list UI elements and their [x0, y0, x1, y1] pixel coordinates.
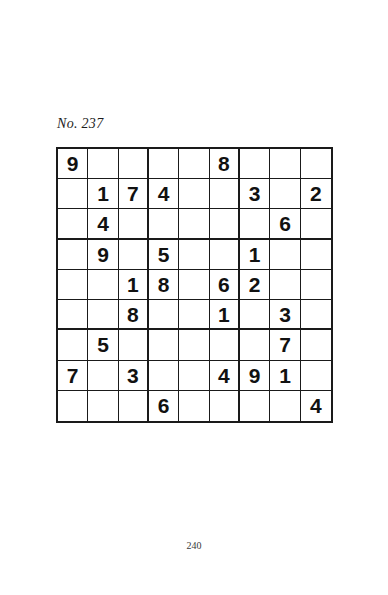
cell-r1c5 — [179, 149, 209, 179]
cell-r4c2: 9 — [88, 240, 118, 270]
cell-r5c9 — [301, 270, 331, 300]
cell-r8c2 — [88, 361, 118, 391]
cell-r9c8 — [270, 391, 300, 421]
cell-r6c3: 8 — [119, 300, 149, 330]
cell-r7c3 — [119, 330, 149, 360]
cell-r7c8: 7 — [270, 330, 300, 360]
cell-r5c6: 6 — [210, 270, 240, 300]
cell-r5c8 — [270, 270, 300, 300]
cell-r3c9 — [301, 209, 331, 239]
cell-r1c6: 8 — [210, 149, 240, 179]
cell-r7c4 — [149, 330, 179, 360]
cell-r3c1 — [58, 209, 88, 239]
cell-r1c8 — [270, 149, 300, 179]
cell-r6c6: 1 — [210, 300, 240, 330]
cell-r9c9: 4 — [301, 391, 331, 421]
cell-r3c7 — [240, 209, 270, 239]
cell-r5c5 — [179, 270, 209, 300]
cell-r7c1 — [58, 330, 88, 360]
cell-r5c2 — [88, 270, 118, 300]
cell-r2c9: 2 — [301, 179, 331, 209]
puzzle-number-caption: No. 237 — [57, 116, 103, 132]
cell-r2c7: 3 — [240, 179, 270, 209]
cell-r6c5 — [179, 300, 209, 330]
cell-r6c4 — [149, 300, 179, 330]
sudoku-grid: 9817432469511862813577349164 — [56, 147, 333, 423]
cell-r1c4 — [149, 149, 179, 179]
cell-r4c1 — [58, 240, 88, 270]
cell-r2c4: 4 — [149, 179, 179, 209]
cell-r1c2 — [88, 149, 118, 179]
cell-r3c6 — [210, 209, 240, 239]
cell-r6c7 — [240, 300, 270, 330]
cell-r7c7 — [240, 330, 270, 360]
cell-r8c1: 7 — [58, 361, 88, 391]
cell-r1c3 — [119, 149, 149, 179]
cell-r3c2: 4 — [88, 209, 118, 239]
cell-r1c1: 9 — [58, 149, 88, 179]
cell-r3c3 — [119, 209, 149, 239]
cell-r4c7: 1 — [240, 240, 270, 270]
cell-r8c8: 1 — [270, 361, 300, 391]
cell-r4c9 — [301, 240, 331, 270]
cell-r3c5 — [179, 209, 209, 239]
cell-r9c6 — [210, 391, 240, 421]
cell-r1c9 — [301, 149, 331, 179]
cell-r4c8 — [270, 240, 300, 270]
cell-r4c4: 5 — [149, 240, 179, 270]
cell-r4c5 — [179, 240, 209, 270]
page-number: 240 — [0, 540, 388, 551]
cell-r9c1 — [58, 391, 88, 421]
cell-r4c6 — [210, 240, 240, 270]
book-page: { "game": "sudoku", "title": "No. 237", … — [0, 0, 388, 595]
cell-r2c1 — [58, 179, 88, 209]
cell-r5c3: 1 — [119, 270, 149, 300]
cell-r7c6 — [210, 330, 240, 360]
cell-r6c8: 3 — [270, 300, 300, 330]
cell-r2c6 — [210, 179, 240, 209]
cell-r6c9 — [301, 300, 331, 330]
cell-r6c1 — [58, 300, 88, 330]
cell-r2c3: 7 — [119, 179, 149, 209]
cell-r5c1 — [58, 270, 88, 300]
cell-r9c7 — [240, 391, 270, 421]
cell-r9c2 — [88, 391, 118, 421]
cell-r8c6: 4 — [210, 361, 240, 391]
cell-r6c2 — [88, 300, 118, 330]
cell-r7c2: 5 — [88, 330, 118, 360]
cell-r8c9 — [301, 361, 331, 391]
cell-r2c5 — [179, 179, 209, 209]
cell-r9c5 — [179, 391, 209, 421]
cell-r8c5 — [179, 361, 209, 391]
cell-r4c3 — [119, 240, 149, 270]
cell-r8c7: 9 — [240, 361, 270, 391]
cell-r5c7: 2 — [240, 270, 270, 300]
cell-r7c9 — [301, 330, 331, 360]
cell-r3c4 — [149, 209, 179, 239]
cell-r1c7 — [240, 149, 270, 179]
cell-r9c4: 6 — [149, 391, 179, 421]
cell-r3c8: 6 — [270, 209, 300, 239]
cell-r8c4 — [149, 361, 179, 391]
cell-r9c3 — [119, 391, 149, 421]
cell-r2c2: 1 — [88, 179, 118, 209]
cell-r5c4: 8 — [149, 270, 179, 300]
cell-r7c5 — [179, 330, 209, 360]
cell-r2c8 — [270, 179, 300, 209]
cell-r8c3: 3 — [119, 361, 149, 391]
